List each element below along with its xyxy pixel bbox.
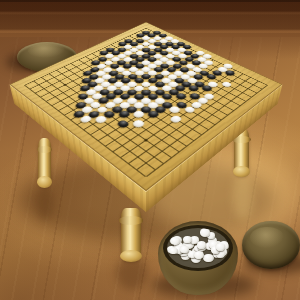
bowl-white-stone [216,243,225,251]
white-stone-pile [167,228,229,268]
upturned-dark-lid [242,221,300,269]
board-top[interactable] [10,22,283,191]
bowl-white-stone [183,236,192,243]
board-grid [10,22,283,191]
bowl-white-stone [200,228,210,236]
bowl-white-stone [169,248,177,255]
bowl-white-stone [194,251,204,259]
goban [14,39,277,212]
go-scene [0,0,300,300]
bowl-white-stone [203,254,213,263]
